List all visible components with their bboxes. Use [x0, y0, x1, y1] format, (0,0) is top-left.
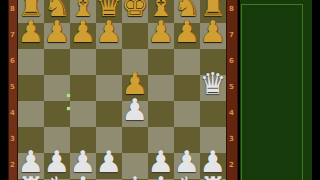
square-d4[interactable] [96, 101, 122, 127]
rank-label-3: 3 [225, 126, 238, 152]
rank-label-6: 6 [225, 48, 238, 74]
piece-black-pawn[interactable]: ♟ [44, 19, 70, 45]
square-d1[interactable] [96, 179, 122, 180]
piece-black-pawn[interactable]: ♟ [174, 19, 200, 45]
square-b6[interactable] [44, 49, 70, 75]
square-h7[interactable]: ♟ [200, 23, 226, 49]
rank-label-8: 8 [225, 0, 238, 22]
rank-label-5: 5 [8, 74, 17, 100]
square-h4[interactable] [200, 101, 226, 127]
square-f6[interactable] [148, 49, 174, 75]
square-g7[interactable]: ♟ [174, 23, 200, 49]
square-c6[interactable] [70, 49, 96, 75]
rank-label-6: 6 [8, 48, 17, 74]
square-h1[interactable]: ♜ [200, 179, 226, 180]
piece-white-pawn[interactable]: ♟ [122, 97, 148, 123]
panel-indicator-dot [67, 94, 70, 97]
square-e3[interactable] [122, 127, 148, 153]
square-e8[interactable]: ♚ [122, 0, 148, 23]
rank-labels-right: 87654321 [225, 0, 238, 180]
piece-white-queen[interactable]: ♛ [200, 71, 226, 97]
square-b5[interactable] [44, 75, 70, 101]
square-b4[interactable] [44, 101, 70, 127]
piece-white-knight[interactable]: ♞ [44, 175, 70, 180]
square-a1[interactable]: ♜ [18, 179, 44, 180]
square-e4[interactable]: ♟ [122, 101, 148, 127]
rank-label-7: 7 [8, 22, 17, 48]
piece-black-pawn[interactable]: ♟ [200, 19, 226, 45]
rank-label-4: 4 [8, 100, 17, 126]
rank-label-4: 4 [225, 100, 238, 126]
square-e7[interactable] [122, 23, 148, 49]
piece-black-king[interactable]: ♚ [122, 0, 148, 19]
square-c1[interactable]: ♝ [70, 179, 96, 180]
rank-label-1: 1 [8, 178, 17, 180]
square-f5[interactable] [148, 75, 174, 101]
square-h5[interactable]: ♛ [200, 75, 226, 101]
square-c7[interactable]: ♟ [70, 23, 96, 49]
square-g4[interactable] [174, 101, 200, 127]
piece-black-pawn[interactable]: ♟ [96, 19, 122, 45]
square-b1[interactable]: ♞ [44, 179, 70, 180]
left-background-strip [0, 0, 8, 180]
square-g1[interactable]: ♞ [174, 179, 200, 180]
square-c5[interactable] [70, 75, 96, 101]
square-b7[interactable]: ♟ [44, 23, 70, 49]
piece-white-pawn[interactable]: ♟ [96, 149, 122, 175]
side-panel-border [241, 4, 303, 180]
rank-labels-left: 87654321 [8, 0, 17, 180]
rank-label-1: 1 [225, 178, 238, 180]
piece-white-knight[interactable]: ♞ [174, 175, 200, 180]
rank-label-7: 7 [225, 22, 238, 48]
square-c4[interactable] [70, 101, 96, 127]
rank-label-2: 2 [225, 152, 238, 178]
square-d7[interactable]: ♟ [96, 23, 122, 49]
square-a7[interactable]: ♟ [18, 23, 44, 49]
piece-white-king[interactable]: ♚ [122, 175, 148, 180]
square-g5[interactable] [174, 75, 200, 101]
side-panel [240, 0, 312, 180]
square-a4[interactable] [18, 101, 44, 127]
rank-label-5: 5 [225, 74, 238, 100]
chess-board[interactable]: ♜♞♝♛♚♝♞♜♟♟♟♟♟♟♟♟♛♟♟♟♟♟♟♟♟♜♞♝♚♝♞♜ [17, 0, 227, 180]
piece-black-pawn[interactable]: ♟ [18, 19, 44, 45]
piece-white-rook[interactable]: ♜ [200, 175, 226, 180]
piece-white-bishop[interactable]: ♝ [70, 175, 96, 180]
square-f7[interactable]: ♟ [148, 23, 174, 49]
rank-label-2: 2 [8, 152, 17, 178]
rank-label-8: 8 [8, 0, 17, 22]
square-d6[interactable] [96, 49, 122, 75]
piece-white-rook[interactable]: ♜ [18, 175, 44, 180]
square-g6[interactable] [174, 49, 200, 75]
square-f4[interactable] [148, 101, 174, 127]
square-d2[interactable]: ♟ [96, 153, 122, 179]
piece-black-pawn[interactable]: ♟ [70, 19, 96, 45]
square-a6[interactable] [18, 49, 44, 75]
square-f1[interactable]: ♝ [148, 179, 174, 180]
right-background-strip [312, 0, 320, 180]
piece-black-pawn[interactable]: ♟ [148, 19, 174, 45]
panel-indicator-dot [67, 107, 70, 110]
square-e1[interactable]: ♚ [122, 179, 148, 180]
rank-label-3: 3 [8, 126, 17, 152]
piece-white-bishop[interactable]: ♝ [148, 175, 174, 180]
square-a5[interactable] [18, 75, 44, 101]
square-d5[interactable] [96, 75, 122, 101]
chess-app-window: ♜♞♝♛♚♝♞♜♟♟♟♟♟♟♟♟♛♟♟♟♟♟♟♟♟♜♞♝♚♝♞♜ 8765432… [0, 0, 320, 180]
